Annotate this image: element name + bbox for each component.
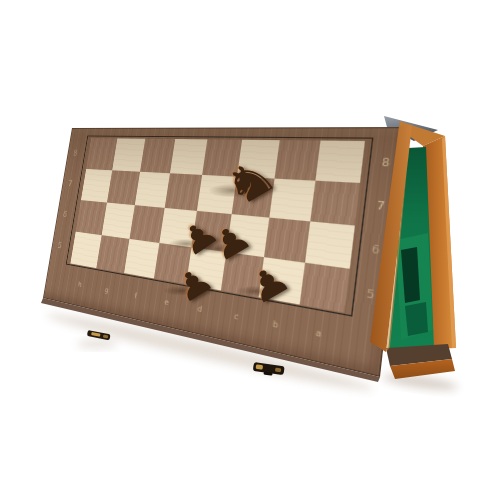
foreground-graphics xyxy=(0,0,500,500)
brass-clasp-center xyxy=(252,362,284,377)
front-panel-bottom-edge xyxy=(41,298,380,382)
brass-clasp-left xyxy=(87,330,111,340)
product-photo-scene: 87658765hgfedcba ♞♟♟♟♟ xyxy=(0,0,500,500)
